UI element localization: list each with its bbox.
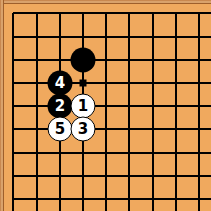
star-point-marker xyxy=(80,80,87,87)
intersection xyxy=(25,25,48,48)
intersection xyxy=(187,2,210,25)
intersection xyxy=(141,2,164,25)
intersection xyxy=(71,25,94,48)
intersection xyxy=(141,25,164,48)
intersection xyxy=(164,48,187,71)
stone-move-number: 1 xyxy=(78,99,88,114)
intersection xyxy=(48,187,71,210)
stone-black: 4 xyxy=(47,71,72,96)
intersection xyxy=(2,71,25,94)
intersection xyxy=(164,25,187,48)
intersection: 5 xyxy=(48,118,71,141)
intersection xyxy=(2,164,25,187)
intersection xyxy=(118,164,141,187)
intersection xyxy=(141,118,164,141)
intersection xyxy=(48,164,71,187)
intersection xyxy=(187,25,210,48)
intersection xyxy=(2,2,25,25)
intersection xyxy=(2,25,25,48)
intersection xyxy=(95,2,118,25)
intersection xyxy=(25,48,48,71)
intersection xyxy=(187,118,210,141)
stone-move-number: 4 xyxy=(55,76,65,91)
intersection xyxy=(71,71,94,94)
intersection xyxy=(95,141,118,164)
intersection xyxy=(164,71,187,94)
intersection xyxy=(118,187,141,210)
board-grid: 42153 xyxy=(2,2,211,211)
intersection xyxy=(25,71,48,94)
intersection xyxy=(95,95,118,118)
intersection xyxy=(2,48,25,71)
stone-white: 5 xyxy=(47,117,72,142)
stone-black xyxy=(71,47,96,72)
intersection xyxy=(95,118,118,141)
stone-move-number: 3 xyxy=(78,122,88,137)
intersection xyxy=(48,48,71,71)
intersection xyxy=(118,48,141,71)
intersection xyxy=(164,187,187,210)
intersection xyxy=(95,48,118,71)
intersection xyxy=(2,141,25,164)
intersection xyxy=(118,25,141,48)
intersection xyxy=(141,141,164,164)
intersection xyxy=(25,95,48,118)
intersection xyxy=(25,187,48,210)
intersection xyxy=(2,118,25,141)
intersection xyxy=(95,71,118,94)
intersection xyxy=(118,71,141,94)
board-edge-top xyxy=(0,0,211,4)
intersection xyxy=(2,187,25,210)
stone-black: 2 xyxy=(47,94,72,119)
intersection xyxy=(71,141,94,164)
intersection xyxy=(48,141,71,164)
intersection: 3 xyxy=(71,118,94,141)
intersection xyxy=(187,48,210,71)
intersection xyxy=(141,71,164,94)
intersection xyxy=(118,2,141,25)
intersection xyxy=(95,164,118,187)
board-edge-left xyxy=(0,0,4,211)
stone-move-number: 2 xyxy=(55,99,65,114)
stone-move-number: 5 xyxy=(55,122,65,137)
intersection xyxy=(164,2,187,25)
intersection xyxy=(187,95,210,118)
intersection xyxy=(71,187,94,210)
intersection xyxy=(141,95,164,118)
intersection xyxy=(48,25,71,48)
intersection xyxy=(95,187,118,210)
intersection: 1 xyxy=(71,95,94,118)
intersection xyxy=(118,118,141,141)
intersection xyxy=(164,118,187,141)
intersection xyxy=(71,2,94,25)
intersection xyxy=(118,95,141,118)
intersection xyxy=(118,141,141,164)
intersection xyxy=(187,71,210,94)
intersection xyxy=(164,164,187,187)
stone-white: 3 xyxy=(71,117,96,142)
intersection xyxy=(141,48,164,71)
stone-white: 1 xyxy=(71,94,96,119)
intersection xyxy=(25,118,48,141)
intersection xyxy=(95,25,118,48)
go-board-diagram: 42153 xyxy=(0,0,211,211)
intersection xyxy=(71,164,94,187)
intersection xyxy=(164,95,187,118)
intersection xyxy=(25,2,48,25)
intersection xyxy=(71,48,94,71)
intersection xyxy=(187,141,210,164)
intersection xyxy=(164,141,187,164)
intersection xyxy=(2,95,25,118)
intersection: 2 xyxy=(48,95,71,118)
intersection xyxy=(187,187,210,210)
intersection xyxy=(141,187,164,210)
intersection xyxy=(48,2,71,25)
intersection: 4 xyxy=(48,71,71,94)
intersection xyxy=(25,164,48,187)
intersection xyxy=(187,164,210,187)
intersection xyxy=(25,141,48,164)
intersection xyxy=(141,164,164,187)
